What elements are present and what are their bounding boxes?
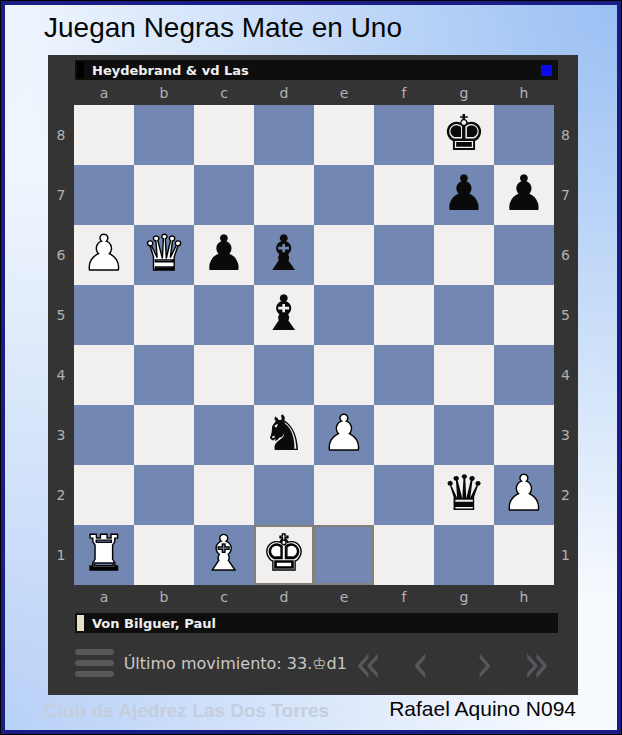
white-king-d1[interactable]: ♚ bbox=[262, 529, 306, 578]
square-e4[interactable] bbox=[314, 345, 374, 405]
file-label-d: d bbox=[254, 85, 314, 101]
page-background: Juegan Negras Mate en Uno Heydebrand & v… bbox=[0, 0, 622, 735]
square-b2[interactable] bbox=[134, 465, 194, 525]
first-move-button[interactable]: « bbox=[347, 638, 390, 688]
square-a4[interactable] bbox=[74, 345, 134, 405]
player-name-white: Von Bilguer, Paul bbox=[92, 616, 216, 631]
rank-label-7: 7 bbox=[57, 187, 66, 203]
square-h5[interactable] bbox=[494, 285, 554, 345]
square-d6[interactable]: ♝ bbox=[254, 225, 314, 285]
square-b3[interactable] bbox=[134, 405, 194, 465]
square-d8[interactable] bbox=[254, 105, 314, 165]
square-f5[interactable] bbox=[374, 285, 434, 345]
square-b8[interactable] bbox=[134, 105, 194, 165]
white-side-color-tab bbox=[77, 615, 84, 631]
square-h3[interactable] bbox=[494, 405, 554, 465]
square-g3[interactable] bbox=[434, 405, 494, 465]
square-e3[interactable]: ♟ bbox=[314, 405, 374, 465]
square-h7[interactable]: ♟ bbox=[494, 165, 554, 225]
to-move-indicator bbox=[541, 65, 552, 76]
last-move-button[interactable]: » bbox=[515, 638, 558, 688]
black-bishop-d5[interactable]: ♝ bbox=[262, 289, 306, 338]
square-c7[interactable] bbox=[194, 165, 254, 225]
file-label-c: c bbox=[194, 589, 254, 605]
club-watermark: Club de Ajedrez Las Dos Torres bbox=[44, 700, 329, 722]
rank-label-2: 2 bbox=[57, 487, 66, 503]
rank-label-2: 2 bbox=[561, 487, 570, 503]
move-navigation: « ‹ › » bbox=[347, 643, 558, 683]
white-pawn-h2[interactable]: ♟ bbox=[502, 469, 546, 518]
square-f7[interactable] bbox=[374, 165, 434, 225]
square-d2[interactable] bbox=[254, 465, 314, 525]
black-pawn-c6[interactable]: ♟ bbox=[202, 229, 246, 278]
black-bishop-d6[interactable]: ♝ bbox=[262, 229, 306, 278]
square-g7[interactable]: ♟ bbox=[434, 165, 494, 225]
white-pawn-a6[interactable]: ♟ bbox=[82, 229, 126, 278]
square-g5[interactable] bbox=[434, 285, 494, 345]
square-h6[interactable] bbox=[494, 225, 554, 285]
player-bar-black: Heydebrand & vd Las bbox=[75, 60, 558, 80]
white-bishop-c1[interactable]: ♝ bbox=[202, 529, 246, 578]
file-label-g: g bbox=[434, 589, 494, 605]
square-g4[interactable] bbox=[434, 345, 494, 405]
rank-label-3: 3 bbox=[561, 427, 570, 443]
file-label-a: a bbox=[74, 85, 134, 101]
square-e6[interactable] bbox=[314, 225, 374, 285]
rank-label-6: 6 bbox=[57, 247, 66, 263]
square-d1[interactable]: ♚ bbox=[254, 525, 314, 585]
square-h4[interactable] bbox=[494, 345, 554, 405]
square-f4[interactable] bbox=[374, 345, 434, 405]
square-g6[interactable] bbox=[434, 225, 494, 285]
square-c1[interactable]: ♝ bbox=[194, 525, 254, 585]
square-b6[interactable]: ♛ bbox=[134, 225, 194, 285]
chess-board[interactable]: ♚♟♟♟♛♟♝♝♞♟♛♟♜♝♚ bbox=[74, 105, 554, 585]
square-f8[interactable] bbox=[374, 105, 434, 165]
square-a2[interactable] bbox=[74, 465, 134, 525]
square-h1[interactable] bbox=[494, 525, 554, 585]
file-labels-top: abcdefgh bbox=[74, 82, 554, 104]
black-queen-g2[interactable]: ♛ bbox=[442, 469, 486, 518]
square-c2[interactable] bbox=[194, 465, 254, 525]
page-title: Juegan Negras Mate en Uno bbox=[44, 12, 402, 44]
rank-labels-right: 87654321 bbox=[553, 105, 578, 585]
file-label-d: d bbox=[254, 589, 314, 605]
square-f2[interactable] bbox=[374, 465, 434, 525]
status-bar: Último movimiento: 33.♔d1 « ‹ › » bbox=[75, 637, 558, 689]
next-move-button[interactable]: › bbox=[467, 638, 501, 688]
square-e2[interactable] bbox=[314, 465, 374, 525]
square-f1[interactable] bbox=[374, 525, 434, 585]
square-c5[interactable] bbox=[194, 285, 254, 345]
file-label-b: b bbox=[134, 589, 194, 605]
file-label-h: h bbox=[494, 589, 554, 605]
square-a1[interactable]: ♜ bbox=[74, 525, 134, 585]
square-g8[interactable]: ♚ bbox=[434, 105, 494, 165]
square-c3[interactable] bbox=[194, 405, 254, 465]
rank-label-1: 1 bbox=[57, 547, 66, 563]
file-label-b: b bbox=[134, 85, 194, 101]
rank-labels-left: 87654321 bbox=[48, 105, 74, 585]
white-pawn-e3[interactable]: ♟ bbox=[322, 409, 366, 458]
rank-label-6: 6 bbox=[561, 247, 570, 263]
rank-label-4: 4 bbox=[57, 367, 66, 383]
rank-label-7: 7 bbox=[561, 187, 570, 203]
square-c6[interactable]: ♟ bbox=[194, 225, 254, 285]
credit-text: Rafael Aquino N094 bbox=[389, 697, 576, 721]
black-knight-d3[interactable]: ♞ bbox=[262, 409, 306, 458]
file-label-e: e bbox=[314, 589, 374, 605]
square-a7[interactable] bbox=[74, 165, 134, 225]
rank-label-1: 1 bbox=[561, 547, 570, 563]
square-a8[interactable] bbox=[74, 105, 134, 165]
black-king-g8[interactable]: ♚ bbox=[442, 109, 486, 158]
square-e1[interactable] bbox=[314, 525, 374, 585]
file-label-e: e bbox=[314, 85, 374, 101]
square-d3[interactable]: ♞ bbox=[254, 405, 314, 465]
square-b7[interactable] bbox=[134, 165, 194, 225]
chess-app-panel: Heydebrand & vd Las abcdefgh 87654321 ♚♟… bbox=[48, 55, 578, 695]
rank-label-8: 8 bbox=[57, 127, 66, 143]
last-move-text: Último movimiento: 33.♔d1 bbox=[124, 654, 347, 673]
square-b5[interactable] bbox=[134, 285, 194, 345]
square-a6[interactable]: ♟ bbox=[74, 225, 134, 285]
square-a3[interactable] bbox=[74, 405, 134, 465]
square-e7[interactable] bbox=[314, 165, 374, 225]
square-d4[interactable] bbox=[254, 345, 314, 405]
square-d7[interactable] bbox=[254, 165, 314, 225]
square-g2[interactable]: ♛ bbox=[434, 465, 494, 525]
square-a5[interactable] bbox=[74, 285, 134, 345]
file-label-h: h bbox=[494, 85, 554, 101]
square-h2[interactable]: ♟ bbox=[494, 465, 554, 525]
rank-label-5: 5 bbox=[57, 307, 66, 323]
square-f3[interactable] bbox=[374, 405, 434, 465]
file-label-f: f bbox=[374, 85, 434, 101]
rank-label-3: 3 bbox=[57, 427, 66, 443]
black-pawn-g7[interactable]: ♟ bbox=[442, 169, 486, 218]
file-label-a: a bbox=[74, 589, 134, 605]
white-rook-a1[interactable]: ♜ bbox=[82, 529, 126, 578]
square-e8[interactable] bbox=[314, 105, 374, 165]
square-b4[interactable] bbox=[134, 345, 194, 405]
previous-move-button[interactable]: ‹ bbox=[404, 638, 438, 688]
file-label-c: c bbox=[194, 85, 254, 101]
square-h8[interactable] bbox=[494, 105, 554, 165]
rank-label-4: 4 bbox=[561, 367, 570, 383]
square-e5[interactable] bbox=[314, 285, 374, 345]
file-label-f: f bbox=[374, 589, 434, 605]
file-label-g: g bbox=[434, 85, 494, 101]
square-g1[interactable] bbox=[434, 525, 494, 585]
player-name-black: Heydebrand & vd Las bbox=[92, 63, 249, 78]
square-d5[interactable]: ♝ bbox=[254, 285, 314, 345]
black-pawn-h7[interactable]: ♟ bbox=[502, 169, 546, 218]
square-c8[interactable] bbox=[194, 105, 254, 165]
rank-label-8: 8 bbox=[561, 127, 570, 143]
black-side-color-tab bbox=[77, 62, 84, 78]
white-queen-b6[interactable]: ♛ bbox=[142, 229, 186, 278]
file-labels-bottom: abcdefgh bbox=[74, 586, 554, 608]
square-c4[interactable] bbox=[194, 345, 254, 405]
square-b1[interactable] bbox=[134, 525, 194, 585]
hamburger-icon[interactable] bbox=[75, 649, 114, 677]
square-f6[interactable] bbox=[374, 225, 434, 285]
rank-label-5: 5 bbox=[561, 307, 570, 323]
